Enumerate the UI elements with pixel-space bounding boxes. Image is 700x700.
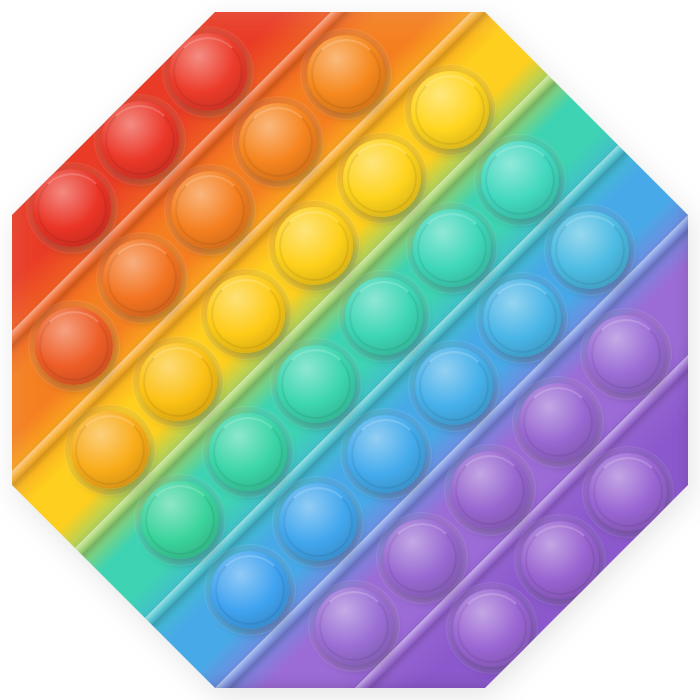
bubble-rim-crease (485, 145, 555, 215)
bubble-rim-crease (39, 311, 109, 381)
bubble-r2-5-orange[interactable] (307, 35, 385, 113)
bubble-r3-3-yellow[interactable] (207, 275, 285, 353)
pop-it-octagon-body (0, 0, 700, 700)
bubble-rim-crease (387, 523, 457, 593)
bubble-rim-crease (487, 283, 557, 353)
bubble-r5-6-blue[interactable] (551, 211, 629, 289)
bubble-r5-3-blue[interactable] (347, 415, 425, 493)
bubble-r7-2-purple[interactable] (521, 521, 599, 599)
bubble-r4-1-teal[interactable] (141, 481, 219, 559)
bubble-rim-crease (415, 75, 485, 145)
bubble-r3-2-yellow[interactable] (139, 343, 217, 421)
bubble-rim-crease (37, 173, 107, 243)
bubble-rim-crease (319, 591, 389, 661)
bubble-rim-crease (351, 419, 421, 489)
bubble-rim-crease (145, 485, 215, 555)
bubble-r7-1-purple[interactable] (453, 589, 531, 667)
bubble-r5-2-blue[interactable] (279, 483, 357, 561)
bubble-rim-crease (457, 593, 527, 663)
bubble-rim-crease (525, 525, 595, 595)
bubble-rim-crease (311, 39, 381, 109)
bubble-rim-crease (417, 213, 487, 283)
pop-it-toy (0, 0, 700, 700)
bubble-rim-crease (591, 319, 661, 389)
bubble-r5-5-blue[interactable] (483, 279, 561, 357)
bubble-rim-crease (175, 175, 245, 245)
bubble-rim-crease (107, 243, 177, 313)
bubble-rim-crease (593, 457, 663, 527)
bubble-rim-crease (143, 347, 213, 417)
bubble-r4-4-teal[interactable] (345, 277, 423, 355)
bubble-rim-crease (213, 417, 283, 487)
bubble-r1-2-red[interactable] (101, 101, 179, 179)
bubble-r1-1-red[interactable] (33, 169, 111, 247)
bubble-r2-4-orange[interactable] (239, 103, 317, 181)
bubble-r4-6-teal[interactable] (481, 141, 559, 219)
bubble-rim-crease (523, 387, 593, 457)
bubble-r7-3-purple[interactable] (589, 453, 667, 531)
bubble-rim-crease (279, 211, 349, 281)
bubble-r5-1-blue[interactable] (211, 551, 289, 629)
bubble-rim-crease (215, 555, 285, 625)
bubble-rim-crease (75, 415, 145, 485)
bubble-r3-4-yellow[interactable] (275, 207, 353, 285)
bubble-rim-crease (455, 455, 525, 525)
bubble-rim-crease (281, 349, 351, 419)
bubble-r6-5-purple[interactable] (587, 315, 665, 393)
bubble-rim-crease (105, 105, 175, 175)
bubble-r3-5-yellow[interactable] (343, 139, 421, 217)
bubble-r5-4-blue[interactable] (415, 347, 493, 425)
bubble-r2-3-orange[interactable] (171, 171, 249, 249)
bubble-r6-1-purple[interactable] (315, 587, 393, 665)
bubble-rim-crease (349, 281, 419, 351)
bubble-r2-1-orange[interactable] (35, 307, 113, 385)
bubble-r1-3-red[interactable] (169, 33, 247, 111)
bubble-rim-crease (283, 487, 353, 557)
bubble-rim-crease (419, 351, 489, 421)
bubble-r6-4-purple[interactable] (519, 383, 597, 461)
bubble-rim-crease (211, 279, 281, 349)
bubble-rim-crease (347, 143, 417, 213)
bubble-r3-1-yellow[interactable] (71, 411, 149, 489)
photo-canvas (0, 0, 700, 700)
bubble-r6-3-purple[interactable] (451, 451, 529, 529)
bubble-r3-6-yellow[interactable] (411, 71, 489, 149)
bubble-r6-2-purple[interactable] (383, 519, 461, 597)
bubble-rim-crease (555, 215, 625, 285)
bubble-r2-2-orange[interactable] (103, 239, 181, 317)
bubble-r4-5-teal[interactable] (413, 209, 491, 287)
bubble-r4-3-teal[interactable] (277, 345, 355, 423)
bubble-rim-crease (173, 37, 243, 107)
bubble-rim-crease (243, 107, 313, 177)
bubble-r4-2-teal[interactable] (209, 413, 287, 491)
